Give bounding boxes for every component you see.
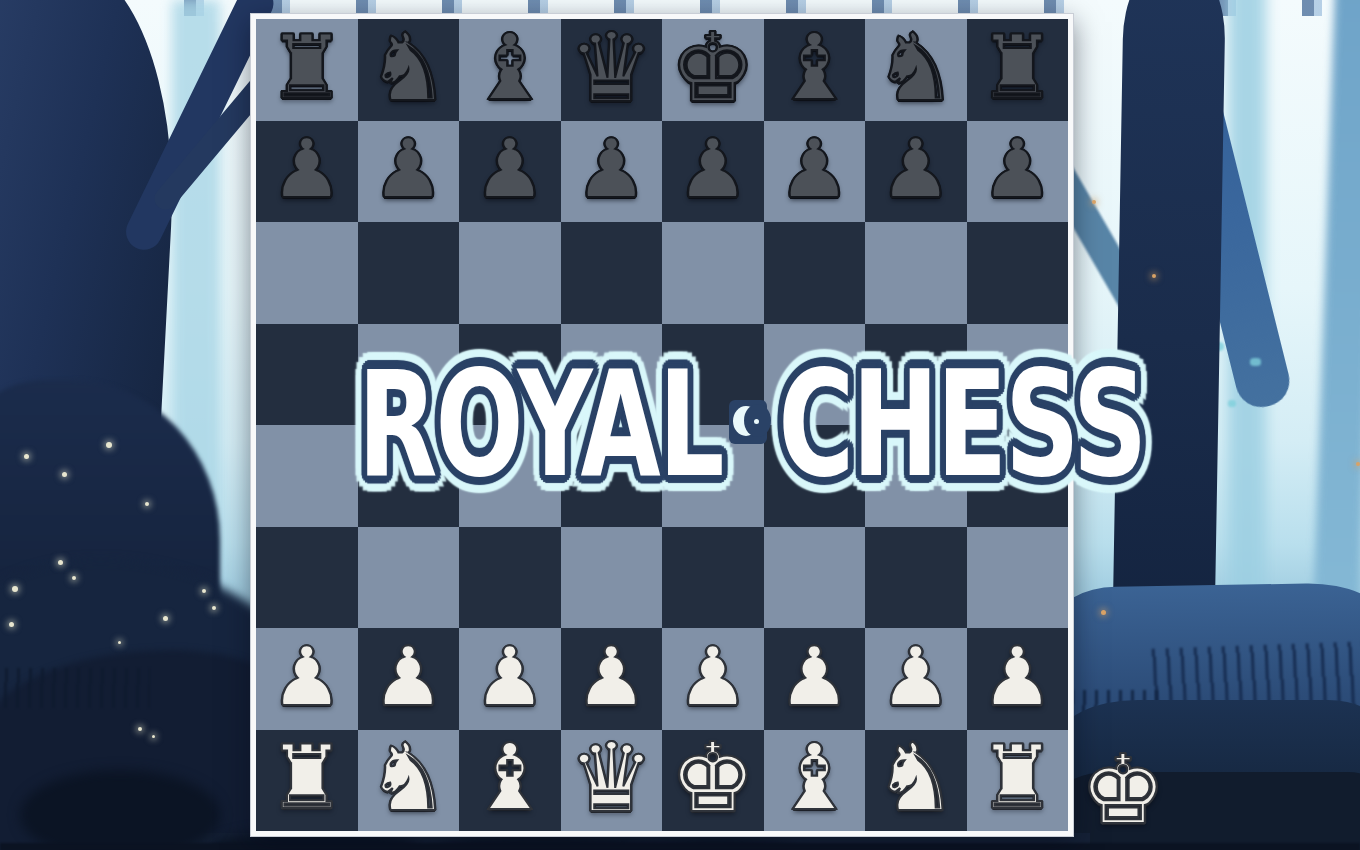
- square-b6[interactable]: [358, 222, 460, 324]
- piece-black-pawn-g7[interactable]: ♟: [879, 128, 953, 210]
- square-g6[interactable]: [865, 222, 967, 324]
- grass-silhouette: [0, 668, 150, 708]
- square-f8[interactable]: ♝: [764, 19, 866, 121]
- square-d2[interactable]: ♟: [561, 628, 663, 730]
- piece-white-pawn-c2[interactable]: ♟: [473, 636, 547, 718]
- firefly-dot: [58, 560, 63, 565]
- square-c2[interactable]: ♟: [459, 628, 561, 730]
- piece-white-pawn-f2[interactable]: ♟: [777, 636, 851, 718]
- square-c6[interactable]: [459, 222, 561, 324]
- square-a8[interactable]: ♜: [256, 19, 358, 121]
- firefly-dot: [62, 472, 67, 477]
- firefly-dot: [202, 589, 206, 593]
- square-f4[interactable]: [764, 425, 866, 527]
- square-c7[interactable]: ♟: [459, 121, 561, 223]
- piece-black-queen-d8[interactable]: ♛: [568, 20, 654, 116]
- firefly-dot: [1092, 200, 1096, 204]
- piece-black-king-e8[interactable]: ♚: [670, 20, 756, 116]
- piece-white-knight-b1[interactable]: ♞: [366, 731, 450, 825]
- foliage-speck: [1250, 358, 1261, 366]
- square-h1[interactable]: ♜: [967, 730, 1069, 832]
- firefly-dot: [1101, 610, 1106, 615]
- square-h2[interactable]: ♟: [967, 628, 1069, 730]
- square-d8[interactable]: ♛: [561, 19, 663, 121]
- firefly-dot: [1356, 462, 1360, 466]
- firefly-dot: [118, 641, 121, 644]
- square-a2[interactable]: ♟: [256, 628, 358, 730]
- square-b3[interactable]: [358, 527, 460, 629]
- square-f1[interactable]: ♝: [764, 730, 866, 832]
- piece-white-queen-d1[interactable]: ♛: [568, 730, 654, 826]
- square-d4[interactable]: [561, 425, 663, 527]
- piece-black-bishop-f8[interactable]: ♝: [773, 22, 855, 114]
- square-a7[interactable]: ♟: [256, 121, 358, 223]
- square-a1[interactable]: ♜: [256, 730, 358, 832]
- piece-black-pawn-f7[interactable]: ♟: [777, 128, 851, 210]
- square-b1[interactable]: ♞: [358, 730, 460, 832]
- square-e3[interactable]: [662, 527, 764, 629]
- square-e1[interactable]: ♚: [662, 730, 764, 832]
- square-a6[interactable]: [256, 222, 358, 324]
- firefly-dot: [145, 502, 149, 506]
- firefly-dot: [152, 735, 155, 738]
- square-c8[interactable]: ♝: [459, 19, 561, 121]
- piece-white-pawn-h2[interactable]: ♟: [980, 636, 1054, 718]
- square-h7[interactable]: ♟: [967, 121, 1069, 223]
- square-h5[interactable]: [967, 324, 1069, 426]
- piece-white-rook-h1[interactable]: ♜: [978, 734, 1057, 822]
- square-e7[interactable]: ♟: [662, 121, 764, 223]
- square-g4[interactable]: [865, 425, 967, 527]
- square-d5[interactable]: [561, 324, 663, 426]
- firefly-dot: [106, 442, 112, 448]
- square-c5[interactable]: [459, 324, 561, 426]
- square-f3[interactable]: [764, 527, 866, 629]
- square-c3[interactable]: [459, 527, 561, 629]
- piece-black-bishop-c8[interactable]: ♝: [469, 22, 551, 114]
- square-d6[interactable]: [561, 222, 663, 324]
- chess-board-grid: ♜♞♝♛♚♝♞♜♟♟♟♟♟♟♟♟♟♟♟♟♟♟♟♟♜♞♝♛♚♝♞♜: [256, 19, 1068, 831]
- square-b8[interactable]: ♞: [358, 19, 460, 121]
- square-a4[interactable]: [256, 425, 358, 527]
- square-b5[interactable]: [358, 324, 460, 426]
- firefly-dot: [1081, 427, 1084, 430]
- piece-black-rook-h8[interactable]: ♜: [978, 24, 1057, 112]
- square-g1[interactable]: ♞: [865, 730, 967, 832]
- piece-white-rook-a1[interactable]: ♜: [267, 734, 346, 822]
- foliage-speck: [1228, 400, 1236, 407]
- piece-black-knight-g8[interactable]: ♞: [874, 21, 958, 115]
- piece-black-pawn-e7[interactable]: ♟: [676, 128, 750, 210]
- square-b4[interactable]: [358, 425, 460, 527]
- square-h4[interactable]: [967, 425, 1069, 527]
- piece-white-knight-g1[interactable]: ♞: [874, 731, 958, 825]
- square-c4[interactable]: [459, 425, 561, 527]
- square-g7[interactable]: ♟: [865, 121, 967, 223]
- square-g5[interactable]: [865, 324, 967, 426]
- square-a5[interactable]: [256, 324, 358, 426]
- square-c1[interactable]: ♝: [459, 730, 561, 832]
- piece-white-king-e1[interactable]: ♚: [670, 730, 756, 826]
- square-d3[interactable]: [561, 527, 663, 629]
- square-h8[interactable]: ♜: [967, 19, 1069, 121]
- square-h6[interactable]: [967, 222, 1069, 324]
- square-a3[interactable]: [256, 527, 358, 629]
- firefly-dot: [138, 727, 142, 731]
- square-e4[interactable]: [662, 425, 764, 527]
- square-e8[interactable]: ♚: [662, 19, 764, 121]
- piece-white-pawn-a2[interactable]: ♟: [270, 636, 344, 718]
- piece-black-pawn-a7[interactable]: ♟: [270, 128, 344, 210]
- square-h3[interactable]: [967, 527, 1069, 629]
- square-f7[interactable]: ♟: [764, 121, 866, 223]
- square-e6[interactable]: [662, 222, 764, 324]
- firefly-dot: [163, 616, 168, 621]
- firefly-dot: [24, 454, 29, 459]
- square-f2[interactable]: ♟: [764, 628, 866, 730]
- square-g2[interactable]: ♟: [865, 628, 967, 730]
- square-b7[interactable]: ♟: [358, 121, 460, 223]
- square-d1[interactable]: ♛: [561, 730, 663, 832]
- square-g3[interactable]: [865, 527, 967, 629]
- piece-black-pawn-c7[interactable]: ♟: [473, 128, 547, 210]
- firefly-dot: [9, 622, 14, 627]
- firefly-dot: [212, 606, 216, 610]
- piece-black-pawn-d7[interactable]: ♟: [574, 128, 648, 210]
- square-f6[interactable]: [764, 222, 866, 324]
- square-d7[interactable]: ♟: [561, 121, 663, 223]
- piece-black-knight-b8[interactable]: ♞: [366, 21, 450, 115]
- piece-black-pawn-h7[interactable]: ♟: [980, 128, 1054, 210]
- piece-black-pawn-b7[interactable]: ♟: [371, 128, 445, 210]
- square-g8[interactable]: ♞: [865, 19, 967, 121]
- square-f5[interactable]: [764, 324, 866, 426]
- firefly-dot: [1152, 274, 1156, 278]
- piece-white-pawn-g2[interactable]: ♟: [879, 636, 953, 718]
- foreground-foliage: [20, 770, 220, 850]
- chess-board: ♜♞♝♛♚♝♞♜♟♟♟♟♟♟♟♟♟♟♟♟♟♟♟♟♜♞♝♛♚♝♞♜: [251, 14, 1073, 836]
- forest-background: ♜♞♝♛♚♝♞♜♟♟♟♟♟♟♟♟♟♟♟♟♟♟♟♟♜♞♝♛♚♝♞♜ ROYAL C…: [0, 0, 1360, 850]
- piece-white-pawn-e2[interactable]: ♟: [676, 636, 750, 718]
- piece-white-pawn-d2[interactable]: ♟: [574, 636, 648, 718]
- firefly-dot: [12, 586, 18, 592]
- firefly-dot: [72, 576, 76, 580]
- piece-black-rook-a8[interactable]: ♜: [267, 24, 346, 112]
- piece-white-bishop-c1[interactable]: ♝: [469, 732, 551, 824]
- square-e5[interactable]: [662, 324, 764, 426]
- piece-white-bishop-f1[interactable]: ♝: [773, 732, 855, 824]
- square-e2[interactable]: ♟: [662, 628, 764, 730]
- piece-white-pawn-b2[interactable]: ♟: [371, 636, 445, 718]
- loose-white-king[interactable]: ♚: [1080, 742, 1360, 838]
- square-b2[interactable]: ♟: [358, 628, 460, 730]
